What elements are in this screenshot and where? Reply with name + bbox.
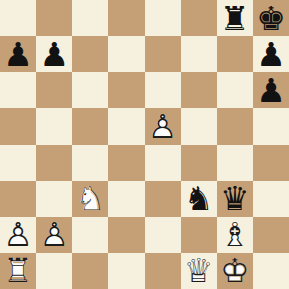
square-a5[interactable] bbox=[0, 108, 36, 144]
black-piece-glyph: ♞ bbox=[184, 182, 214, 215]
square-b8[interactable] bbox=[36, 0, 72, 36]
square-c6[interactable] bbox=[72, 72, 108, 108]
square-d4[interactable] bbox=[108, 145, 144, 181]
square-f8[interactable] bbox=[181, 0, 217, 36]
chess-board: ♜♚♟♟♟♟♟♙♞♘♞♛♟♙♟♙♝♗♜♖♛♕♚♔ bbox=[0, 0, 289, 289]
square-b2[interactable]: ♟♙ bbox=[36, 217, 72, 253]
black-knight-piece[interactable]: ♞ bbox=[181, 181, 217, 217]
square-d8[interactable] bbox=[108, 0, 144, 36]
square-c1[interactable] bbox=[72, 253, 108, 289]
black-piece-glyph: ♚ bbox=[256, 2, 286, 35]
black-piece-glyph: ♜ bbox=[220, 2, 250, 35]
square-h2[interactable] bbox=[253, 217, 289, 253]
white-piece-outline: ♙ bbox=[39, 218, 69, 251]
white-piece-outline: ♖ bbox=[3, 254, 33, 287]
square-a1[interactable]: ♜♖ bbox=[0, 253, 36, 289]
square-d6[interactable] bbox=[108, 72, 144, 108]
white-rook-piece[interactable]: ♜♖ bbox=[0, 253, 36, 289]
square-c7[interactable] bbox=[72, 36, 108, 72]
black-queen-piece[interactable]: ♛ bbox=[217, 181, 253, 217]
square-g1[interactable]: ♚♔ bbox=[217, 253, 253, 289]
square-a6[interactable] bbox=[0, 72, 36, 108]
square-f3[interactable]: ♞ bbox=[181, 181, 217, 217]
square-b5[interactable] bbox=[36, 108, 72, 144]
square-g8[interactable]: ♜ bbox=[217, 0, 253, 36]
white-piece-outline: ♕ bbox=[184, 254, 214, 287]
square-h7[interactable]: ♟ bbox=[253, 36, 289, 72]
square-f1[interactable]: ♛♕ bbox=[181, 253, 217, 289]
black-piece-glyph: ♛ bbox=[220, 182, 250, 215]
white-piece-outline: ♔ bbox=[220, 254, 250, 287]
white-knight-piece[interactable]: ♞♘ bbox=[72, 181, 108, 217]
square-h6[interactable]: ♟ bbox=[253, 72, 289, 108]
chess-board-window: ♜♚♟♟♟♟♟♙♞♘♞♛♟♙♟♙♝♗♜♖♛♕♚♔ bbox=[0, 0, 289, 289]
square-g4[interactable] bbox=[217, 145, 253, 181]
square-f6[interactable] bbox=[181, 72, 217, 108]
white-piece-outline: ♙ bbox=[148, 110, 178, 143]
square-g2[interactable]: ♝♗ bbox=[217, 217, 253, 253]
square-f7[interactable] bbox=[181, 36, 217, 72]
white-piece-outline: ♙ bbox=[3, 218, 33, 251]
square-b4[interactable] bbox=[36, 145, 72, 181]
square-d3[interactable] bbox=[108, 181, 144, 217]
square-e8[interactable] bbox=[145, 0, 181, 36]
square-c8[interactable] bbox=[72, 0, 108, 36]
square-a8[interactable] bbox=[0, 0, 36, 36]
black-pawn-piece[interactable]: ♟ bbox=[253, 72, 289, 108]
square-a7[interactable]: ♟ bbox=[0, 36, 36, 72]
square-b1[interactable] bbox=[36, 253, 72, 289]
square-f4[interactable] bbox=[181, 145, 217, 181]
square-c5[interactable] bbox=[72, 108, 108, 144]
white-pawn-piece[interactable]: ♟♙ bbox=[145, 108, 181, 144]
square-h8[interactable]: ♚ bbox=[253, 0, 289, 36]
square-e6[interactable] bbox=[145, 72, 181, 108]
square-e3[interactable] bbox=[145, 181, 181, 217]
square-h4[interactable] bbox=[253, 145, 289, 181]
square-b7[interactable]: ♟ bbox=[36, 36, 72, 72]
square-d1[interactable] bbox=[108, 253, 144, 289]
black-piece-glyph: ♟ bbox=[3, 38, 33, 71]
square-g3[interactable]: ♛ bbox=[217, 181, 253, 217]
white-queen-piece[interactable]: ♛♕ bbox=[181, 253, 217, 289]
square-c4[interactable] bbox=[72, 145, 108, 181]
white-piece-outline: ♘ bbox=[76, 182, 106, 215]
square-g6[interactable] bbox=[217, 72, 253, 108]
square-d5[interactable] bbox=[108, 108, 144, 144]
black-piece-glyph: ♟ bbox=[39, 38, 69, 71]
black-piece-glyph: ♟ bbox=[256, 74, 286, 107]
white-piece-outline: ♗ bbox=[220, 218, 250, 251]
square-b3[interactable] bbox=[36, 181, 72, 217]
square-a2[interactable]: ♟♙ bbox=[0, 217, 36, 253]
black-king-piece[interactable]: ♚ bbox=[253, 0, 289, 36]
black-pawn-piece[interactable]: ♟ bbox=[0, 36, 36, 72]
square-d7[interactable] bbox=[108, 36, 144, 72]
square-a3[interactable] bbox=[0, 181, 36, 217]
white-bishop-piece[interactable]: ♝♗ bbox=[217, 217, 253, 253]
white-king-piece[interactable]: ♚♔ bbox=[217, 253, 253, 289]
square-h3[interactable] bbox=[253, 181, 289, 217]
square-e7[interactable] bbox=[145, 36, 181, 72]
square-f5[interactable] bbox=[181, 108, 217, 144]
square-g7[interactable] bbox=[217, 36, 253, 72]
square-e1[interactable] bbox=[145, 253, 181, 289]
black-rook-piece[interactable]: ♜ bbox=[217, 0, 253, 36]
square-d2[interactable] bbox=[108, 217, 144, 253]
square-e5[interactable]: ♟♙ bbox=[145, 108, 181, 144]
black-piece-glyph: ♟ bbox=[256, 38, 286, 71]
white-pawn-piece[interactable]: ♟♙ bbox=[0, 217, 36, 253]
black-pawn-piece[interactable]: ♟ bbox=[253, 36, 289, 72]
square-f2[interactable] bbox=[181, 217, 217, 253]
square-e4[interactable] bbox=[145, 145, 181, 181]
white-pawn-piece[interactable]: ♟♙ bbox=[36, 217, 72, 253]
square-c2[interactable] bbox=[72, 217, 108, 253]
square-a4[interactable] bbox=[0, 145, 36, 181]
square-g5[interactable] bbox=[217, 108, 253, 144]
square-c3[interactable]: ♞♘ bbox=[72, 181, 108, 217]
square-e2[interactable] bbox=[145, 217, 181, 253]
square-b6[interactable] bbox=[36, 72, 72, 108]
square-h5[interactable] bbox=[253, 108, 289, 144]
square-h1[interactable] bbox=[253, 253, 289, 289]
black-pawn-piece[interactable]: ♟ bbox=[36, 36, 72, 72]
